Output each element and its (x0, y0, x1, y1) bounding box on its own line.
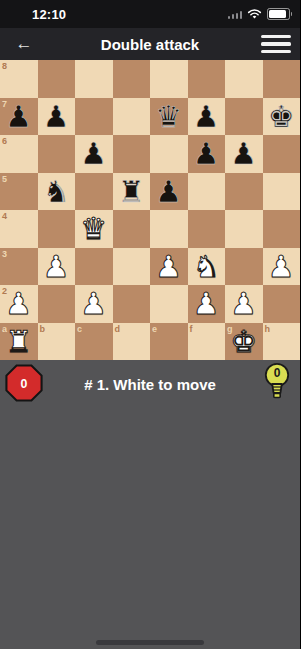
coord-label: 6 (2, 136, 7, 146)
square-c6[interactable]: ♟ (75, 135, 113, 173)
square-b7[interactable]: ♟ (38, 98, 76, 136)
square-a7[interactable]: 7♟ (0, 98, 38, 136)
square-e3[interactable]: ♟ (150, 248, 188, 286)
square-d8[interactable] (113, 60, 151, 98)
square-h3[interactable]: ♟ (263, 248, 301, 286)
page-title: Double attack (101, 36, 199, 53)
square-h5[interactable] (263, 173, 301, 211)
coord-label: f (190, 324, 193, 334)
square-g3[interactable] (225, 248, 263, 286)
square-e4[interactable] (150, 210, 188, 248)
black-pawn: ♟ (225, 135, 263, 173)
black-pawn: ♟ (188, 98, 226, 136)
coord-label: 7 (2, 99, 7, 109)
chess-board: 87♟♟♛♟♚6♟♟♟5♞♜♟4♛3♟♟♞♟2♟♟♟♟a♜bcdefg♚h (0, 60, 300, 360)
square-d7[interactable] (113, 98, 151, 136)
white-pawn: ♟ (263, 248, 301, 286)
square-g2[interactable]: ♟ (225, 285, 263, 323)
app-screen: 12:10 ← Double attack 87♟♟♛♟♚6♟♟♟5♞♜♟4♛3… (0, 0, 300, 649)
coord-label: a (2, 324, 7, 334)
square-g7[interactable] (225, 98, 263, 136)
coord-label: 2 (2, 286, 7, 296)
cellular-signal-icon (228, 10, 243, 19)
square-d2[interactable] (113, 285, 151, 323)
square-a3[interactable]: 3 (0, 248, 38, 286)
hint-button[interactable]: 0 (261, 361, 293, 406)
square-f8[interactable] (188, 60, 226, 98)
mistakes-count: 0 (21, 377, 28, 391)
white-pawn: ♟ (150, 248, 188, 286)
black-knight: ♞ (38, 173, 76, 211)
lightbulb-icon: 0 (261, 361, 293, 406)
square-a6[interactable]: 6 (0, 135, 38, 173)
square-c5[interactable] (75, 173, 113, 211)
square-a4[interactable]: 4 (0, 210, 38, 248)
puzzle-caption: # 1. White to move (84, 376, 216, 393)
square-e8[interactable] (150, 60, 188, 98)
square-c8[interactable] (75, 60, 113, 98)
square-d3[interactable] (113, 248, 151, 286)
square-b4[interactable] (38, 210, 76, 248)
square-e5[interactable]: ♟ (150, 173, 188, 211)
square-h2[interactable] (263, 285, 301, 323)
square-b5[interactable]: ♞ (38, 173, 76, 211)
hints-count: 0 (274, 366, 281, 380)
square-c2[interactable]: ♟ (75, 285, 113, 323)
square-g5[interactable] (225, 173, 263, 211)
square-e1[interactable]: e (150, 323, 188, 361)
square-f6[interactable]: ♟ (188, 135, 226, 173)
coord-label: 8 (2, 61, 7, 71)
square-b2[interactable] (38, 285, 76, 323)
status-icons (228, 8, 291, 20)
caption-bar: 0 # 1. White to move 0 (0, 360, 300, 408)
square-e7[interactable]: ♛ (150, 98, 188, 136)
coord-label: b (40, 324, 46, 334)
square-c3[interactable] (75, 248, 113, 286)
square-e6[interactable] (150, 135, 188, 173)
white-knight: ♞ (188, 248, 226, 286)
coord-label: 3 (2, 249, 7, 259)
square-d1[interactable]: d (113, 323, 151, 361)
home-indicator[interactable] (96, 640, 204, 645)
status-bar: 12:10 (0, 0, 300, 28)
black-king: ♚ (263, 98, 301, 136)
white-pawn: ♟ (38, 248, 76, 286)
square-h6[interactable] (263, 135, 301, 173)
menu-button[interactable] (261, 32, 291, 56)
square-e2[interactable] (150, 285, 188, 323)
coord-label: 4 (2, 211, 7, 221)
header: ← Double attack (0, 28, 300, 60)
square-h8[interactable] (263, 60, 301, 98)
black-pawn: ♟ (75, 135, 113, 173)
square-f7[interactable]: ♟ (188, 98, 226, 136)
black-pawn: ♟ (38, 98, 76, 136)
white-pawn: ♟ (188, 285, 226, 323)
square-d6[interactable] (113, 135, 151, 173)
square-a2[interactable]: 2♟ (0, 285, 38, 323)
mistakes-badge: 0 (5, 364, 43, 402)
square-c7[interactable] (75, 98, 113, 136)
status-time: 12:10 (32, 7, 66, 22)
white-queen: ♛ (75, 210, 113, 248)
stop-sign-icon: 0 (5, 364, 43, 402)
back-arrow-icon: ← (16, 34, 33, 53)
square-f1[interactable]: f (188, 323, 226, 361)
square-f2[interactable]: ♟ (188, 285, 226, 323)
square-f3[interactable]: ♞ (188, 248, 226, 286)
coord-label: g (227, 324, 233, 334)
square-h1[interactable]: h (263, 323, 301, 361)
square-g1[interactable]: g♚ (225, 323, 263, 361)
square-a1[interactable]: a♜ (0, 323, 38, 361)
coord-label: 5 (2, 174, 7, 184)
back-button[interactable]: ← (12, 32, 36, 56)
black-rook: ♜ (113, 173, 151, 211)
coord-label: e (152, 324, 157, 334)
square-b3[interactable]: ♟ (38, 248, 76, 286)
square-a8[interactable]: 8 (0, 60, 38, 98)
square-h7[interactable]: ♚ (263, 98, 301, 136)
black-queen: ♛ (150, 98, 188, 136)
square-d4[interactable] (113, 210, 151, 248)
square-f4[interactable] (188, 210, 226, 248)
square-g8[interactable] (225, 60, 263, 98)
coord-label: d (115, 324, 121, 334)
coord-label: c (77, 324, 82, 334)
square-c4[interactable]: ♛ (75, 210, 113, 248)
black-pawn: ♟ (188, 135, 226, 173)
wifi-icon (247, 9, 262, 20)
black-pawn: ♟ (150, 173, 188, 211)
coord-label: h (265, 324, 271, 334)
square-b8[interactable] (38, 60, 76, 98)
square-h4[interactable] (263, 210, 301, 248)
square-c1[interactable]: c (75, 323, 113, 361)
square-b1[interactable]: b (38, 323, 76, 361)
square-a5[interactable]: 5 (0, 173, 38, 211)
square-d5[interactable]: ♜ (113, 173, 151, 211)
hamburger-menu-icon (261, 35, 291, 39)
battery-icon (267, 8, 290, 20)
square-b6[interactable] (38, 135, 76, 173)
white-pawn: ♟ (225, 285, 263, 323)
square-g6[interactable]: ♟ (225, 135, 263, 173)
square-f5[interactable] (188, 173, 226, 211)
white-pawn: ♟ (75, 285, 113, 323)
square-g4[interactable] (225, 210, 263, 248)
